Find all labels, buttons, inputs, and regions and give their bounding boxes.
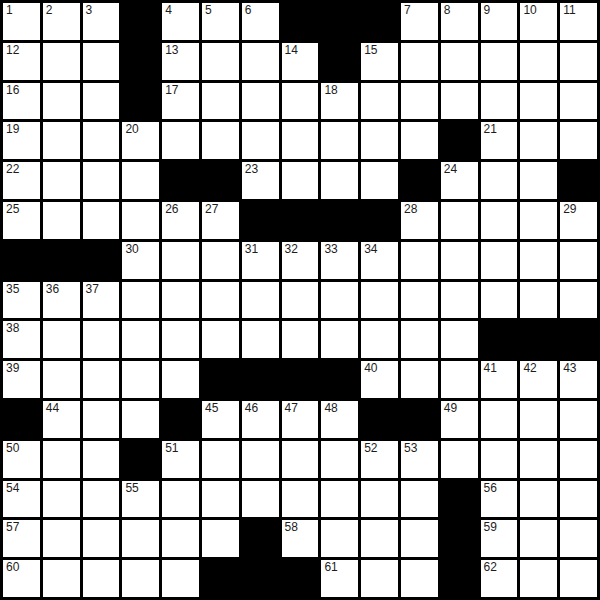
black-square xyxy=(321,202,358,239)
clue-number: 47 xyxy=(285,402,298,415)
white-square[interactable]: 47 xyxy=(282,401,319,438)
black-square xyxy=(43,242,80,279)
white-square[interactable] xyxy=(361,282,398,319)
white-square[interactable]: 58 xyxy=(282,520,319,557)
white-square[interactable] xyxy=(441,43,478,80)
white-square[interactable]: 1 xyxy=(3,3,40,40)
black-square xyxy=(282,202,319,239)
white-square[interactable]: 31 xyxy=(242,242,279,279)
white-square[interactable] xyxy=(560,401,597,438)
white-square[interactable]: 8 xyxy=(441,3,478,40)
clue-number: 52 xyxy=(364,442,377,455)
white-square[interactable] xyxy=(83,520,120,557)
clue-number: 39 xyxy=(6,362,19,375)
white-square[interactable] xyxy=(83,481,120,518)
black-square xyxy=(202,361,239,398)
clue-number: 3 xyxy=(86,4,93,17)
clue-number: 27 xyxy=(205,203,218,216)
white-square[interactable]: 35 xyxy=(3,282,40,319)
white-square[interactable] xyxy=(361,520,398,557)
white-square[interactable] xyxy=(401,43,438,80)
clue-number: 62 xyxy=(484,561,497,574)
clue-number: 14 xyxy=(285,44,298,57)
clue-number: 42 xyxy=(523,362,536,375)
white-square[interactable] xyxy=(560,441,597,478)
clue-number: 25 xyxy=(6,203,19,216)
clue-number: 19 xyxy=(6,123,19,136)
black-square xyxy=(520,321,557,358)
white-square[interactable] xyxy=(560,481,597,518)
crossword-board: 1234567891011121314151617181920212223242… xyxy=(0,0,600,600)
black-square xyxy=(560,162,597,199)
white-square[interactable] xyxy=(401,242,438,279)
white-square[interactable] xyxy=(202,122,239,159)
clue-number: 20 xyxy=(125,123,138,136)
black-square xyxy=(3,401,40,438)
white-square[interactable] xyxy=(43,441,80,478)
clue-number: 31 xyxy=(245,243,258,256)
clue-number: 2 xyxy=(46,4,53,17)
clue-number: 30 xyxy=(125,243,138,256)
black-square xyxy=(441,560,478,597)
white-square[interactable] xyxy=(520,441,557,478)
white-square[interactable]: 20 xyxy=(122,122,159,159)
white-square[interactable]: 9 xyxy=(481,3,518,40)
white-square[interactable] xyxy=(282,83,319,120)
white-square[interactable] xyxy=(242,441,279,478)
white-square[interactable] xyxy=(202,242,239,279)
white-square[interactable] xyxy=(202,441,239,478)
black-square xyxy=(122,43,159,80)
white-square[interactable]: 59 xyxy=(481,520,518,557)
white-square[interactable] xyxy=(481,441,518,478)
black-square xyxy=(202,560,239,597)
white-square[interactable] xyxy=(162,481,199,518)
clue-number: 59 xyxy=(484,521,497,534)
white-square[interactable]: 26 xyxy=(162,202,199,239)
white-square[interactable] xyxy=(43,122,80,159)
white-square[interactable] xyxy=(520,481,557,518)
white-square[interactable] xyxy=(122,202,159,239)
white-square[interactable]: 27 xyxy=(202,202,239,239)
white-square[interactable] xyxy=(401,361,438,398)
white-square[interactable] xyxy=(122,321,159,358)
white-square[interactable]: 11 xyxy=(560,3,597,40)
white-square[interactable] xyxy=(361,83,398,120)
white-square[interactable]: 48 xyxy=(321,401,358,438)
white-square[interactable] xyxy=(361,481,398,518)
clue-number: 23 xyxy=(245,163,258,176)
crossword-puzzle: 1234567891011121314151617181920212223242… xyxy=(0,0,600,600)
black-square xyxy=(321,361,358,398)
clue-number: 21 xyxy=(484,123,497,136)
clue-number: 26 xyxy=(165,203,178,216)
white-square[interactable] xyxy=(242,321,279,358)
white-square[interactable]: 25 xyxy=(3,202,40,239)
white-square[interactable] xyxy=(560,560,597,597)
white-square[interactable]: 33 xyxy=(321,242,358,279)
white-square[interactable]: 30 xyxy=(122,242,159,279)
white-square[interactable] xyxy=(162,282,199,319)
black-square xyxy=(122,441,159,478)
clue-number: 57 xyxy=(6,521,19,534)
white-square[interactable]: 42 xyxy=(520,361,557,398)
clue-number: 55 xyxy=(125,482,138,495)
white-square[interactable]: 56 xyxy=(481,481,518,518)
white-square[interactable]: 7 xyxy=(401,3,438,40)
white-square[interactable] xyxy=(441,202,478,239)
white-square[interactable] xyxy=(560,242,597,279)
black-square xyxy=(401,162,438,199)
white-square[interactable] xyxy=(401,481,438,518)
white-square[interactable] xyxy=(202,520,239,557)
black-square xyxy=(242,361,279,398)
white-square[interactable] xyxy=(83,202,120,239)
white-square[interactable] xyxy=(162,321,199,358)
clue-number: 51 xyxy=(165,442,178,455)
white-square[interactable]: 16 xyxy=(3,83,40,120)
white-square[interactable] xyxy=(83,560,120,597)
white-square[interactable] xyxy=(321,441,358,478)
black-square xyxy=(282,361,319,398)
white-square[interactable] xyxy=(481,43,518,80)
clue-number: 40 xyxy=(364,362,377,375)
white-square[interactable] xyxy=(43,162,80,199)
white-square[interactable] xyxy=(441,321,478,358)
white-square[interactable] xyxy=(520,122,557,159)
white-square[interactable] xyxy=(202,43,239,80)
white-square[interactable] xyxy=(481,242,518,279)
clue-number: 44 xyxy=(46,402,59,415)
white-square[interactable] xyxy=(162,520,199,557)
white-square[interactable] xyxy=(83,441,120,478)
clue-number: 41 xyxy=(484,362,497,375)
white-square[interactable]: 14 xyxy=(282,43,319,80)
white-square[interactable]: 41 xyxy=(481,361,518,398)
black-square xyxy=(321,3,358,40)
white-square[interactable] xyxy=(83,162,120,199)
white-square[interactable] xyxy=(162,242,199,279)
white-square[interactable] xyxy=(520,401,557,438)
white-square[interactable] xyxy=(282,481,319,518)
white-square[interactable]: 12 xyxy=(3,43,40,80)
white-square[interactable] xyxy=(441,282,478,319)
white-square[interactable] xyxy=(282,162,319,199)
white-square[interactable] xyxy=(321,162,358,199)
black-square xyxy=(361,401,398,438)
clue-number: 48 xyxy=(324,402,337,415)
white-square[interactable] xyxy=(520,242,557,279)
white-square[interactable] xyxy=(122,401,159,438)
white-square[interactable]: 36 xyxy=(43,282,80,319)
white-square[interactable] xyxy=(560,282,597,319)
white-square[interactable]: 45 xyxy=(202,401,239,438)
black-square xyxy=(481,321,518,358)
white-square[interactable] xyxy=(43,560,80,597)
white-square[interactable] xyxy=(401,560,438,597)
clue-number: 61 xyxy=(324,561,337,574)
white-square[interactable] xyxy=(481,202,518,239)
white-square[interactable]: 23 xyxy=(242,162,279,199)
black-square xyxy=(282,560,319,597)
clue-number: 29 xyxy=(563,203,576,216)
white-square[interactable] xyxy=(520,43,557,80)
clue-number: 1 xyxy=(6,4,13,17)
white-square[interactable] xyxy=(321,122,358,159)
clue-number: 43 xyxy=(563,362,576,375)
white-square[interactable] xyxy=(83,321,120,358)
white-square[interactable] xyxy=(162,560,199,597)
white-square[interactable]: 15 xyxy=(361,43,398,80)
clue-number: 34 xyxy=(364,243,377,256)
white-square[interactable] xyxy=(162,361,199,398)
white-square[interactable] xyxy=(122,282,159,319)
black-square xyxy=(441,122,478,159)
white-square[interactable]: 28 xyxy=(401,202,438,239)
black-square xyxy=(321,43,358,80)
white-square[interactable] xyxy=(202,481,239,518)
white-square[interactable] xyxy=(520,520,557,557)
white-square[interactable] xyxy=(321,282,358,319)
white-square[interactable] xyxy=(282,122,319,159)
white-square[interactable] xyxy=(83,401,120,438)
white-square[interactable]: 57 xyxy=(3,520,40,557)
clue-number: 28 xyxy=(404,203,417,216)
white-square[interactable]: 21 xyxy=(481,122,518,159)
clue-number: 18 xyxy=(324,84,337,97)
white-square[interactable] xyxy=(401,83,438,120)
white-square[interactable] xyxy=(282,282,319,319)
white-square[interactable] xyxy=(441,441,478,478)
clue-number: 7 xyxy=(404,4,411,17)
white-square[interactable] xyxy=(242,282,279,319)
clue-number: 12 xyxy=(6,44,19,57)
white-square[interactable] xyxy=(441,242,478,279)
clue-number: 8 xyxy=(444,4,451,17)
black-square xyxy=(441,520,478,557)
white-square[interactable] xyxy=(441,83,478,120)
white-square[interactable] xyxy=(43,481,80,518)
white-square[interactable] xyxy=(242,122,279,159)
white-square[interactable]: 52 xyxy=(361,441,398,478)
white-square[interactable] xyxy=(321,481,358,518)
black-square xyxy=(560,321,597,358)
white-square[interactable] xyxy=(361,122,398,159)
black-square xyxy=(361,3,398,40)
white-square[interactable] xyxy=(560,43,597,80)
white-square[interactable]: 29 xyxy=(560,202,597,239)
white-square[interactable]: 4 xyxy=(162,3,199,40)
white-square[interactable] xyxy=(122,361,159,398)
white-square[interactable] xyxy=(43,83,80,120)
white-square[interactable] xyxy=(43,520,80,557)
clue-number: 45 xyxy=(205,402,218,415)
white-square[interactable] xyxy=(83,83,120,120)
clue-number: 56 xyxy=(484,482,497,495)
white-square[interactable]: 51 xyxy=(162,441,199,478)
white-square[interactable] xyxy=(520,162,557,199)
white-square[interactable] xyxy=(242,43,279,80)
white-square[interactable]: 13 xyxy=(162,43,199,80)
black-square xyxy=(122,83,159,120)
white-square[interactable] xyxy=(242,83,279,120)
white-square[interactable]: 5 xyxy=(202,3,239,40)
white-square[interactable] xyxy=(560,83,597,120)
white-square[interactable] xyxy=(282,441,319,478)
white-square[interactable] xyxy=(520,560,557,597)
white-square[interactable] xyxy=(202,282,239,319)
clue-number: 4 xyxy=(165,4,172,17)
clue-number: 54 xyxy=(6,482,19,495)
black-square xyxy=(83,242,120,279)
clue-number: 5 xyxy=(205,4,212,17)
white-square[interactable] xyxy=(401,321,438,358)
clue-number: 9 xyxy=(484,4,491,17)
black-square xyxy=(3,242,40,279)
white-square[interactable] xyxy=(520,202,557,239)
white-square[interactable] xyxy=(83,43,120,80)
clue-number: 46 xyxy=(245,402,258,415)
black-square xyxy=(282,3,319,40)
clue-number: 17 xyxy=(165,84,178,97)
clue-number: 50 xyxy=(6,442,19,455)
white-square[interactable] xyxy=(560,122,597,159)
white-square[interactable] xyxy=(282,321,319,358)
white-square[interactable]: 43 xyxy=(560,361,597,398)
white-square[interactable] xyxy=(401,520,438,557)
white-square[interactable]: 24 xyxy=(441,162,478,199)
black-square xyxy=(242,202,279,239)
white-square[interactable] xyxy=(122,162,159,199)
white-square[interactable]: 40 xyxy=(361,361,398,398)
white-square[interactable]: 10 xyxy=(520,3,557,40)
white-square[interactable] xyxy=(162,122,199,159)
white-square[interactable] xyxy=(481,162,518,199)
white-square[interactable] xyxy=(321,520,358,557)
white-square[interactable] xyxy=(361,321,398,358)
white-square[interactable]: 2 xyxy=(43,3,80,40)
black-square xyxy=(242,560,279,597)
black-square xyxy=(162,162,199,199)
white-square[interactable] xyxy=(242,481,279,518)
white-square[interactable]: 38 xyxy=(3,321,40,358)
white-square[interactable] xyxy=(520,83,557,120)
clue-number: 38 xyxy=(6,322,19,335)
clue-number: 24 xyxy=(444,163,457,176)
clue-number: 11 xyxy=(563,4,575,17)
white-square[interactable]: 39 xyxy=(3,361,40,398)
white-square[interactable] xyxy=(43,321,80,358)
white-square[interactable] xyxy=(83,361,120,398)
white-square[interactable] xyxy=(481,401,518,438)
white-square[interactable]: 61 xyxy=(321,560,358,597)
white-square[interactable]: 55 xyxy=(122,481,159,518)
clue-number: 36 xyxy=(46,283,59,296)
white-square[interactable]: 54 xyxy=(3,481,40,518)
black-square xyxy=(441,481,478,518)
black-square xyxy=(122,3,159,40)
white-square[interactable]: 62 xyxy=(481,560,518,597)
white-square[interactable] xyxy=(43,43,80,80)
white-square[interactable] xyxy=(43,202,80,239)
clue-number: 53 xyxy=(404,442,417,455)
white-square[interactable] xyxy=(481,83,518,120)
white-square[interactable]: 60 xyxy=(3,560,40,597)
white-square[interactable]: 3 xyxy=(83,3,120,40)
clue-number: 22 xyxy=(6,163,19,176)
white-square[interactable]: 49 xyxy=(441,401,478,438)
white-square[interactable]: 18 xyxy=(321,83,358,120)
white-square[interactable] xyxy=(202,83,239,120)
white-square[interactable] xyxy=(441,361,478,398)
white-square[interactable]: 46 xyxy=(242,401,279,438)
clue-number: 49 xyxy=(444,402,457,415)
black-square xyxy=(242,520,279,557)
black-square xyxy=(202,162,239,199)
white-square[interactable] xyxy=(122,560,159,597)
white-square[interactable] xyxy=(401,282,438,319)
white-square[interactable]: 37 xyxy=(83,282,120,319)
white-square[interactable] xyxy=(361,560,398,597)
white-square[interactable] xyxy=(202,321,239,358)
white-square[interactable] xyxy=(83,122,120,159)
clue-number: 35 xyxy=(6,283,19,296)
white-square[interactable] xyxy=(401,122,438,159)
clue-number: 58 xyxy=(285,521,298,534)
white-square[interactable]: 53 xyxy=(401,441,438,478)
white-square[interactable]: 22 xyxy=(3,162,40,199)
clue-number: 13 xyxy=(165,44,178,57)
black-square xyxy=(162,401,199,438)
black-square xyxy=(361,202,398,239)
clue-number: 37 xyxy=(86,283,99,296)
white-square[interactable]: 34 xyxy=(361,242,398,279)
white-square[interactable] xyxy=(481,282,518,319)
white-square[interactable]: 17 xyxy=(162,83,199,120)
clue-number: 33 xyxy=(324,243,337,256)
white-square[interactable]: 50 xyxy=(3,441,40,478)
white-square[interactable] xyxy=(321,321,358,358)
white-square[interactable] xyxy=(361,162,398,199)
white-square[interactable]: 19 xyxy=(3,122,40,159)
clue-number: 16 xyxy=(6,84,19,97)
clue-number: 15 xyxy=(364,44,377,57)
clue-number: 10 xyxy=(523,4,536,17)
black-square xyxy=(401,401,438,438)
white-square[interactable] xyxy=(122,520,159,557)
clue-number: 60 xyxy=(6,561,19,574)
white-square[interactable] xyxy=(520,282,557,319)
clue-number: 6 xyxy=(245,4,252,17)
white-square[interactable]: 32 xyxy=(282,242,319,279)
clue-number: 32 xyxy=(285,243,298,256)
white-square[interactable]: 44 xyxy=(43,401,80,438)
white-square[interactable]: 6 xyxy=(242,3,279,40)
white-square[interactable] xyxy=(43,361,80,398)
white-square[interactable] xyxy=(560,520,597,557)
